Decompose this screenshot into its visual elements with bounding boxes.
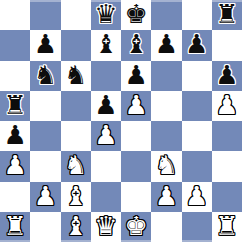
square-b7[interactable]: ♟ [30, 30, 60, 60]
square-g4[interactable] [182, 121, 212, 151]
piece-white-pawn-f2[interactable]: ♟ [155, 183, 178, 209]
piece-white-pawn-e5[interactable]: ♟ [124, 92, 147, 118]
piece-white-pawn-b2[interactable]: ♟ [34, 183, 57, 209]
piece-black-rook-h8[interactable]: ♜ [215, 1, 238, 27]
square-g2[interactable]: ♟ [182, 182, 212, 212]
piece-black-bishop-e7[interactable]: ♝ [124, 31, 147, 57]
piece-black-knight-b6[interactable]: ♞ [34, 62, 57, 88]
square-c1[interactable]: ♝ [61, 212, 91, 242]
piece-white-knight-f3[interactable]: ♞ [155, 152, 178, 178]
square-f5[interactable] [151, 91, 181, 121]
square-h3[interactable] [212, 151, 242, 181]
square-h1[interactable]: ♜ [212, 212, 242, 242]
square-e3[interactable] [121, 151, 151, 181]
square-a2[interactable] [0, 182, 30, 212]
piece-black-pawn-g7[interactable]: ♟ [185, 31, 208, 57]
piece-black-pawn-e6[interactable]: ♟ [124, 62, 147, 88]
square-f4[interactable] [151, 121, 181, 151]
square-b1[interactable] [30, 212, 60, 242]
square-a8[interactable] [0, 0, 30, 30]
square-c8[interactable] [61, 0, 91, 30]
square-f3[interactable]: ♞ [151, 151, 181, 181]
square-b8[interactable] [30, 0, 60, 30]
square-e4[interactable] [121, 121, 151, 151]
square-b3[interactable] [30, 151, 60, 181]
square-d7[interactable]: ♝ [91, 30, 121, 60]
square-d8[interactable]: ♛ [91, 0, 121, 30]
square-e1[interactable]: ♚ [121, 212, 151, 242]
square-g7[interactable]: ♟ [182, 30, 212, 60]
square-f6[interactable] [151, 61, 181, 91]
piece-black-pawn-a4[interactable]: ♟ [3, 122, 26, 148]
piece-black-pawn-f7[interactable]: ♟ [155, 31, 178, 57]
square-a1[interactable]: ♜ [0, 212, 30, 242]
square-g1[interactable] [182, 212, 212, 242]
piece-black-queen-d8[interactable]: ♛ [94, 1, 117, 27]
chess-board-container: ♛♚♜♟♝♝♟♟♞♞♟♟♜♟♟♟♟♟♟♞♞♟♝♟♟♜♝♛♚♜ [0, 0, 242, 242]
square-c7[interactable] [61, 30, 91, 60]
square-e8[interactable]: ♚ [121, 0, 151, 30]
square-h4[interactable] [212, 121, 242, 151]
square-d2[interactable] [91, 182, 121, 212]
piece-white-rook-h1[interactable]: ♜ [215, 213, 238, 239]
piece-black-pawn-h6[interactable]: ♟ [215, 62, 238, 88]
square-h8[interactable]: ♜ [212, 0, 242, 30]
square-f8[interactable] [151, 0, 181, 30]
piece-white-king-e1[interactable]: ♚ [124, 213, 147, 239]
square-f2[interactable]: ♟ [151, 182, 181, 212]
square-a3[interactable]: ♟ [0, 151, 30, 181]
square-e5[interactable]: ♟ [121, 91, 151, 121]
chess-board: ♛♚♜♟♝♝♟♟♞♞♟♟♜♟♟♟♟♟♟♞♞♟♝♟♟♜♝♛♚♜ [0, 0, 242, 242]
piece-white-pawn-d4[interactable]: ♟ [94, 122, 117, 148]
piece-white-pawn-g2[interactable]: ♟ [185, 183, 208, 209]
piece-white-queen-d1[interactable]: ♛ [94, 213, 117, 239]
square-b5[interactable] [30, 91, 60, 121]
square-a7[interactable] [0, 30, 30, 60]
square-h7[interactable] [212, 30, 242, 60]
square-h2[interactable] [212, 182, 242, 212]
square-e7[interactable]: ♝ [121, 30, 151, 60]
piece-white-bishop-c1[interactable]: ♝ [64, 213, 87, 239]
square-d1[interactable]: ♛ [91, 212, 121, 242]
square-g6[interactable] [182, 61, 212, 91]
square-h6[interactable]: ♟ [212, 61, 242, 91]
piece-black-bishop-d7[interactable]: ♝ [94, 31, 117, 57]
square-a4[interactable]: ♟ [0, 121, 30, 151]
square-g3[interactable] [182, 151, 212, 181]
square-f7[interactable]: ♟ [151, 30, 181, 60]
square-c5[interactable] [61, 91, 91, 121]
square-a5[interactable]: ♜ [0, 91, 30, 121]
square-a6[interactable] [0, 61, 30, 91]
square-c4[interactable] [61, 121, 91, 151]
piece-black-pawn-d5[interactable]: ♟ [94, 92, 117, 118]
square-f1[interactable] [151, 212, 181, 242]
square-c2[interactable]: ♝ [61, 182, 91, 212]
piece-black-rook-a5[interactable]: ♜ [3, 92, 26, 118]
square-g8[interactable] [182, 0, 212, 30]
piece-black-pawn-b7[interactable]: ♟ [34, 31, 57, 57]
piece-white-rook-a1[interactable]: ♜ [3, 213, 26, 239]
square-b4[interactable] [30, 121, 60, 151]
square-b2[interactable]: ♟ [30, 182, 60, 212]
square-d6[interactable] [91, 61, 121, 91]
square-d3[interactable] [91, 151, 121, 181]
piece-white-pawn-h5[interactable]: ♟ [215, 92, 238, 118]
square-e6[interactable]: ♟ [121, 61, 151, 91]
square-e2[interactable] [121, 182, 151, 212]
piece-white-knight-c3[interactable]: ♞ [64, 152, 87, 178]
square-c6[interactable]: ♞ [61, 61, 91, 91]
piece-black-knight-c6[interactable]: ♞ [64, 62, 87, 88]
square-h5[interactable]: ♟ [212, 91, 242, 121]
square-c3[interactable]: ♞ [61, 151, 91, 181]
square-d5[interactable]: ♟ [91, 91, 121, 121]
piece-black-king-e8[interactable]: ♚ [124, 1, 147, 27]
piece-white-bishop-c2[interactable]: ♝ [64, 183, 87, 209]
square-b6[interactable]: ♞ [30, 61, 60, 91]
square-g5[interactable] [182, 91, 212, 121]
square-d4[interactable]: ♟ [91, 121, 121, 151]
piece-white-pawn-a3[interactable]: ♟ [3, 152, 26, 178]
